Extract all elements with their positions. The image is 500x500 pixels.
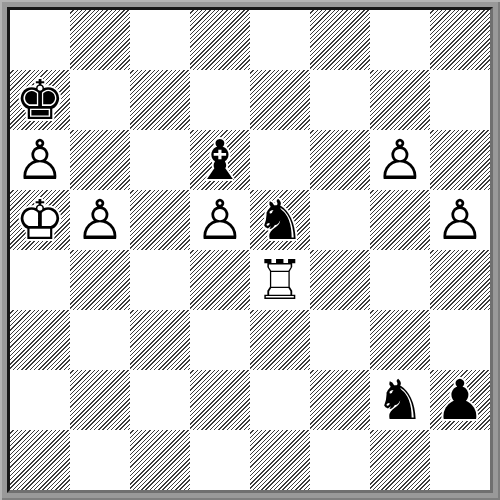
square-e1[interactable] — [250, 430, 310, 490]
square-f3[interactable] — [310, 310, 370, 370]
square-h3[interactable] — [430, 310, 490, 370]
square-g8[interactable] — [370, 10, 430, 70]
square-b3[interactable] — [70, 310, 130, 370]
square-c4[interactable] — [130, 250, 190, 310]
square-e8[interactable] — [250, 10, 310, 70]
square-f7[interactable] — [310, 70, 370, 130]
square-d4[interactable] — [190, 250, 250, 310]
square-g5[interactable] — [370, 190, 430, 250]
square-c6[interactable] — [130, 130, 190, 190]
square-f5[interactable] — [310, 190, 370, 250]
square-h7[interactable] — [430, 70, 490, 130]
square-h8[interactable] — [430, 10, 490, 70]
square-f6[interactable] — [310, 130, 370, 190]
square-h5[interactable]: ♟♙ — [430, 190, 490, 250]
square-d2[interactable] — [190, 370, 250, 430]
square-g4[interactable] — [370, 250, 430, 310]
square-d7[interactable] — [190, 70, 250, 130]
square-a4[interactable] — [10, 250, 70, 310]
square-h4[interactable] — [430, 250, 490, 310]
square-g1[interactable] — [370, 430, 430, 490]
square-h2[interactable]: ♟ — [430, 370, 490, 430]
board-frame: ♚♟♙♝♟♙♚♔♟♙♟♙♞♟♙♜♖♞♟ — [0, 0, 500, 500]
square-d5[interactable]: ♟♙ — [190, 190, 250, 250]
square-b6[interactable] — [70, 130, 130, 190]
square-c5[interactable] — [130, 190, 190, 250]
square-d6[interactable]: ♝ — [190, 130, 250, 190]
square-c1[interactable] — [130, 430, 190, 490]
square-c3[interactable] — [130, 310, 190, 370]
square-b5[interactable]: ♟♙ — [70, 190, 130, 250]
square-d1[interactable] — [190, 430, 250, 490]
square-b2[interactable] — [70, 370, 130, 430]
square-g3[interactable] — [370, 310, 430, 370]
square-g7[interactable] — [370, 70, 430, 130]
square-f8[interactable] — [310, 10, 370, 70]
square-g6[interactable]: ♟♙ — [370, 130, 430, 190]
square-a8[interactable] — [10, 10, 70, 70]
square-e5[interactable]: ♞ — [250, 190, 310, 250]
square-e3[interactable] — [250, 310, 310, 370]
square-g2[interactable]: ♞ — [370, 370, 430, 430]
square-e6[interactable] — [250, 130, 310, 190]
square-a1[interactable] — [10, 430, 70, 490]
square-d3[interactable] — [190, 310, 250, 370]
square-b4[interactable] — [70, 250, 130, 310]
square-c8[interactable] — [130, 10, 190, 70]
square-f4[interactable] — [310, 250, 370, 310]
square-b8[interactable] — [70, 10, 130, 70]
square-f1[interactable] — [310, 430, 370, 490]
square-h6[interactable] — [430, 130, 490, 190]
square-e2[interactable] — [250, 370, 310, 430]
square-c7[interactable] — [130, 70, 190, 130]
square-e7[interactable] — [250, 70, 310, 130]
square-e4[interactable]: ♜♖ — [250, 250, 310, 310]
square-a5[interactable]: ♚♔ — [10, 190, 70, 250]
square-f2[interactable] — [310, 370, 370, 430]
square-b1[interactable] — [70, 430, 130, 490]
chess-board: ♚♟♙♝♟♙♚♔♟♙♟♙♞♟♙♜♖♞♟ — [7, 7, 493, 493]
square-a7[interactable]: ♚ — [10, 70, 70, 130]
square-h1[interactable] — [430, 430, 490, 490]
square-d8[interactable] — [190, 10, 250, 70]
square-b7[interactable] — [70, 70, 130, 130]
square-a2[interactable] — [10, 370, 70, 430]
square-a6[interactable]: ♟♙ — [10, 130, 70, 190]
square-c2[interactable] — [130, 370, 190, 430]
square-a3[interactable] — [10, 310, 70, 370]
